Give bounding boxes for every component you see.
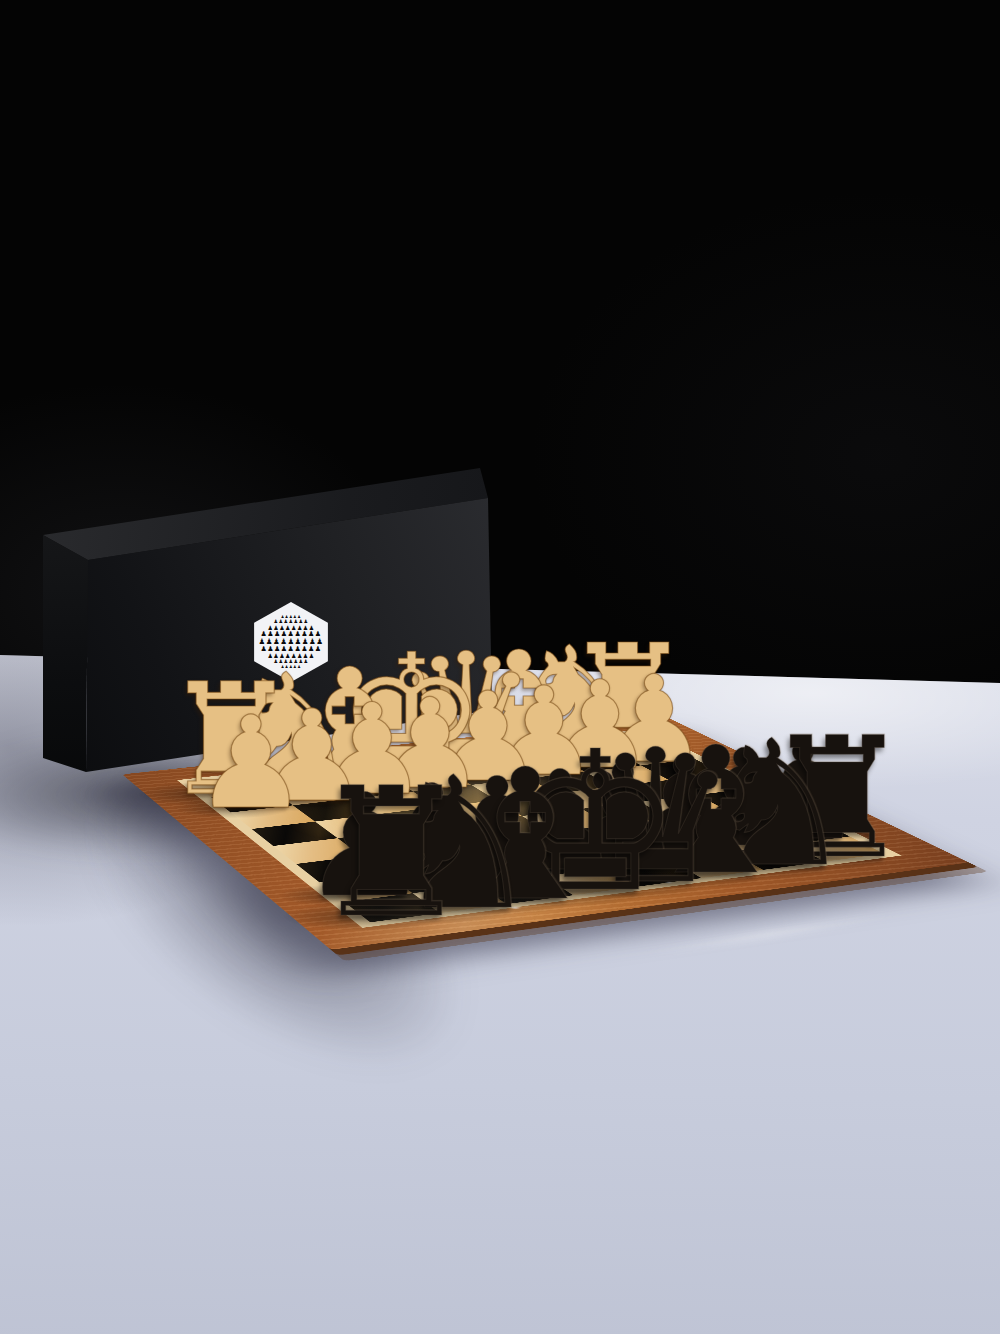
product-photo-scene: ♟♟♟♟♟♟♟♟♟♟♟♟♟♟♟♟♟♟♟♟♟♟♟♟♟♟♟♟♟♟♟♟♟♟♟♟♟♟♟♟… [0,0,1000,1334]
logo-pattern-row: ♟♟♟♟♟ [281,665,301,669]
